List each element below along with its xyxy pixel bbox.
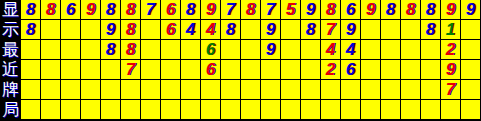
- cell-r4c2: [41, 60, 61, 80]
- cell-r3c15: [301, 40, 321, 60]
- cell-r4c6: 7: [121, 60, 141, 80]
- cell-r5c20: [401, 80, 421, 100]
- result-digit: 4: [326, 40, 335, 60]
- cell-r1c23: 9: [461, 0, 481, 20]
- cell-r2c10: 4: [201, 20, 221, 40]
- result-digit: 7: [146, 0, 155, 20]
- cell-r4c4: [81, 60, 101, 80]
- cell-r1c8: 6: [161, 0, 181, 20]
- cell-r2c16: 7: [321, 20, 341, 40]
- cell-r6c23: [461, 100, 481, 120]
- cell-r3c7: [141, 40, 161, 60]
- cell-r6c2: [41, 100, 61, 120]
- cell-r3c3: [61, 40, 81, 60]
- cell-r2c1: 8: [21, 20, 41, 40]
- result-digit: 9: [206, 0, 215, 20]
- cell-r5c1: [21, 80, 41, 100]
- title-char-1: 显: [0, 0, 21, 20]
- cell-r5c23: [461, 80, 481, 100]
- result-digit: 9: [86, 0, 95, 20]
- cell-r1c12: 8: [241, 0, 261, 20]
- cell-r2c3: [61, 20, 81, 40]
- cell-r1c18: 9: [361, 0, 381, 20]
- result-digit: 8: [426, 20, 435, 40]
- cell-r3c4: [81, 40, 101, 60]
- result-digit: 8: [126, 40, 135, 60]
- cell-r3c5: 8: [101, 40, 121, 60]
- result-digit: 4: [186, 20, 195, 40]
- cell-r4c13: [261, 60, 281, 80]
- cell-r4c23: [461, 60, 481, 80]
- result-digit: 4: [346, 40, 355, 60]
- cell-r6c3: [61, 100, 81, 120]
- cell-r5c4: [81, 80, 101, 100]
- result-digit: 6: [166, 0, 175, 20]
- cell-r5c10: [201, 80, 221, 100]
- result-digit: 8: [406, 0, 415, 20]
- result-digit: 8: [386, 0, 395, 20]
- cell-r1c4: 9: [81, 0, 101, 20]
- cell-r6c13: [261, 100, 281, 120]
- result-digit: 9: [366, 0, 375, 20]
- cell-r2c8: 6: [161, 20, 181, 40]
- cell-r1c6: 8: [121, 0, 141, 20]
- result-digit: 6: [206, 60, 215, 80]
- cell-r2c7: [141, 20, 161, 40]
- result-digit: 2: [446, 40, 455, 60]
- cell-r2c17: 9: [341, 20, 361, 40]
- cell-r1c21: 8: [421, 0, 441, 20]
- cell-r1c20: 8: [401, 0, 421, 20]
- cell-r1c5: 8: [101, 0, 121, 20]
- cell-r3c20: [401, 40, 421, 60]
- cell-r6c21: [421, 100, 441, 120]
- result-digit: 9: [266, 40, 275, 60]
- result-digit: 8: [26, 0, 35, 20]
- cell-r4c1: [21, 60, 41, 80]
- cell-r4c22: 9: [441, 60, 461, 80]
- result-digit: 9: [446, 60, 455, 80]
- cell-r3c1: [21, 40, 41, 60]
- cell-r6c11: [221, 100, 241, 120]
- result-digit: 8: [126, 20, 135, 40]
- cell-r1c3: 6: [61, 0, 81, 20]
- result-digit: 1: [446, 20, 455, 40]
- result-digit: 9: [306, 0, 315, 20]
- result-digit: 8: [326, 0, 335, 20]
- result-digit: 8: [246, 0, 255, 20]
- cell-r4c18: [361, 60, 381, 80]
- result-digit: 7: [266, 0, 275, 20]
- cell-r4c19: [381, 60, 401, 80]
- result-digit: 9: [106, 20, 115, 40]
- cell-r2c19: [381, 20, 401, 40]
- cell-r1c22: 9: [441, 0, 461, 20]
- cell-r4c15: [301, 60, 321, 80]
- cell-r5c22: 7: [441, 80, 461, 100]
- cell-r4c16: 2: [321, 60, 341, 80]
- cell-r1c19: 8: [381, 0, 401, 20]
- cell-r4c14: [281, 60, 301, 80]
- cell-r5c14: [281, 80, 301, 100]
- cell-r3c16: 4: [321, 40, 341, 60]
- result-digit: 9: [446, 0, 455, 20]
- cell-r2c15: 8: [301, 20, 321, 40]
- cell-r2c13: 9: [261, 20, 281, 40]
- cell-r5c2: [41, 80, 61, 100]
- result-digit: 6: [66, 0, 75, 20]
- cell-r1c7: 7: [141, 0, 161, 20]
- cell-r2c21: 8: [421, 20, 441, 40]
- cell-r1c17: 6: [341, 0, 361, 20]
- cell-r3c11: [221, 40, 241, 60]
- cell-r4c20: [401, 60, 421, 80]
- cell-r1c15: 9: [301, 0, 321, 20]
- cell-r5c5: [101, 80, 121, 100]
- cell-r5c3: [61, 80, 81, 100]
- cell-r2c23: [461, 20, 481, 40]
- cell-r2c9: 4: [181, 20, 201, 40]
- title-char-3: 最: [0, 40, 21, 60]
- result-digit: 8: [306, 20, 315, 40]
- cell-r3c19: [381, 40, 401, 60]
- cell-r1c2: 8: [41, 0, 61, 20]
- result-digit: 8: [186, 0, 195, 20]
- title-char-5: 牌: [0, 80, 21, 100]
- cell-r6c8: [161, 100, 181, 120]
- cell-r3c18: [361, 40, 381, 60]
- cell-r6c16: [321, 100, 341, 120]
- result-digit: 5: [286, 0, 295, 20]
- cell-r4c8: [161, 60, 181, 80]
- result-digit: 7: [126, 60, 135, 80]
- cell-r2c5: 9: [101, 20, 121, 40]
- result-digit: 8: [26, 20, 35, 40]
- cell-r3c14: [281, 40, 301, 60]
- result-digit: 4: [206, 20, 215, 40]
- cell-r1c16: 8: [321, 0, 341, 20]
- cell-r5c9: [181, 80, 201, 100]
- cell-r2c20: [401, 20, 421, 40]
- cell-r6c20: [401, 100, 421, 120]
- cell-r4c7: [141, 60, 161, 80]
- result-digit: 8: [426, 0, 435, 20]
- cell-r5c7: [141, 80, 161, 100]
- cell-r6c19: [381, 100, 401, 120]
- cell-r4c11: [221, 60, 241, 80]
- cell-r4c21: [421, 60, 441, 80]
- cell-r6c15: [301, 100, 321, 120]
- results-grid: 8869887689787598698889989864489879818869…: [21, 0, 481, 120]
- cell-r5c11: [221, 80, 241, 100]
- cell-r3c2: [41, 40, 61, 60]
- cell-r3c9: [181, 40, 201, 60]
- cell-r1c14: 5: [281, 0, 301, 20]
- cell-r3c12: [241, 40, 261, 60]
- result-digit: 6: [346, 60, 355, 80]
- cell-r4c17: 6: [341, 60, 361, 80]
- cell-r1c13: 7: [261, 0, 281, 20]
- cell-r6c22: [441, 100, 461, 120]
- cell-r2c18: [361, 20, 381, 40]
- cell-r5c15: [301, 80, 321, 100]
- result-digit: 9: [266, 20, 275, 40]
- result-digit: 2: [326, 60, 335, 80]
- cell-r6c14: [281, 100, 301, 120]
- cell-r2c11: 8: [221, 20, 241, 40]
- result-digit: 9: [346, 20, 355, 40]
- cell-r3c6: 8: [121, 40, 141, 60]
- result-digit: 8: [226, 20, 235, 40]
- cell-r3c10: 6: [201, 40, 221, 60]
- result-digit: 8: [106, 0, 115, 20]
- result-digit: 8: [46, 0, 55, 20]
- cell-r6c6: [121, 100, 141, 120]
- result-digit: 7: [226, 0, 235, 20]
- cell-r6c10: [201, 100, 221, 120]
- cell-r6c4: [81, 100, 101, 120]
- result-digit: 8: [126, 0, 135, 20]
- cell-r1c11: 7: [221, 0, 241, 20]
- cell-r5c18: [361, 80, 381, 100]
- cell-r5c17: [341, 80, 361, 100]
- cell-r3c22: 2: [441, 40, 461, 60]
- cell-r6c7: [141, 100, 161, 120]
- result-digit: 7: [446, 80, 455, 100]
- cell-r4c9: [181, 60, 201, 80]
- cell-r5c21: [421, 80, 441, 100]
- cell-r6c17: [341, 100, 361, 120]
- cell-r6c5: [101, 100, 121, 120]
- cell-r1c9: 8: [181, 0, 201, 20]
- cell-r5c6: [121, 80, 141, 100]
- cell-r5c13: [261, 80, 281, 100]
- cell-r3c21: [421, 40, 441, 60]
- cell-r6c18: [361, 100, 381, 120]
- cell-r5c12: [241, 80, 261, 100]
- result-digit: 6: [206, 40, 215, 60]
- result-digit: 8: [106, 40, 115, 60]
- cell-r6c1: [21, 100, 41, 120]
- result-digit: 7: [326, 20, 335, 40]
- cell-r2c2: [41, 20, 61, 40]
- cell-r5c16: [321, 80, 341, 100]
- cell-r4c5: [101, 60, 121, 80]
- cell-r6c9: [181, 100, 201, 120]
- cell-r1c1: 8: [21, 0, 41, 20]
- cell-r3c23: [461, 40, 481, 60]
- cell-r1c10: 9: [201, 0, 221, 20]
- cell-r6c12: [241, 100, 261, 120]
- cell-r2c22: 1: [441, 20, 461, 40]
- board-title-vertical: 显 示 最 近 牌 局: [0, 0, 21, 120]
- cell-r2c6: 8: [121, 20, 141, 40]
- recent-games-board: 显 示 最 近 牌 局 8869887689787598698889989864…: [0, 0, 481, 121]
- cell-r3c17: 4: [341, 40, 361, 60]
- cell-r2c4: [81, 20, 101, 40]
- cell-r4c3: [61, 60, 81, 80]
- result-digit: 9: [466, 0, 475, 20]
- cell-r4c12: [241, 60, 261, 80]
- cell-r2c14: [281, 20, 301, 40]
- cell-r3c13: 9: [261, 40, 281, 60]
- result-digit: 6: [166, 20, 175, 40]
- cell-r4c10: 6: [201, 60, 221, 80]
- cell-r5c8: [161, 80, 181, 100]
- title-char-6: 局: [0, 100, 21, 120]
- title-char-4: 近: [0, 60, 21, 80]
- cell-r3c8: [161, 40, 181, 60]
- result-digit: 6: [346, 0, 355, 20]
- cell-r5c19: [381, 80, 401, 100]
- cell-r2c12: [241, 20, 261, 40]
- title-char-2: 示: [0, 20, 21, 40]
